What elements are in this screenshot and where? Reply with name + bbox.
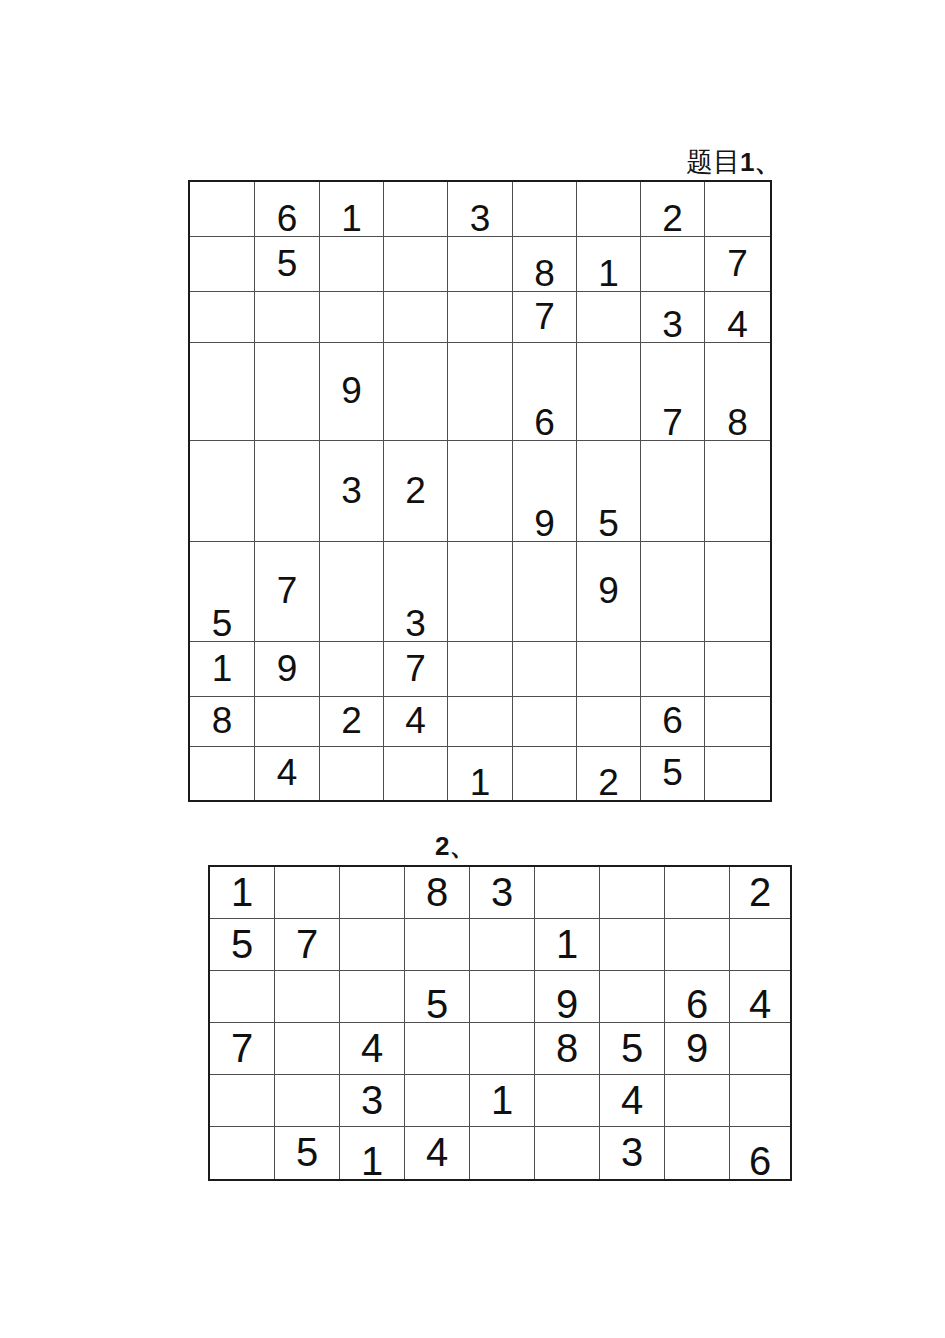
grid1-cell-r1c7[interactable]: [577, 182, 641, 237]
grid1-cell-r5c5[interactable]: [448, 441, 513, 542]
grid2-cell-r2c5[interactable]: [470, 919, 535, 971]
grid1-cell-r5c9[interactable]: [705, 441, 770, 542]
grid1-cell-r2c4[interactable]: [384, 237, 448, 292]
grid1-cell-r5c3-given: 3: [320, 441, 384, 542]
grid1-cell-r4c4[interactable]: [384, 343, 448, 441]
grid1-cell-r8c5[interactable]: [448, 697, 513, 747]
grid2-cell-r4c7-given: 5: [600, 1023, 665, 1075]
grid2-cell-r4c4[interactable]: [405, 1023, 470, 1075]
grid2-cell-r4c1-given: 7: [210, 1023, 275, 1075]
grid2-cell-r5c4[interactable]: [405, 1075, 470, 1127]
grid1-cell-r6c3[interactable]: [320, 542, 384, 642]
grid2-cell-r6c5[interactable]: [470, 1127, 535, 1179]
grid2-cell-r5c8[interactable]: [665, 1075, 730, 1127]
grid1-cell-r7c4-given: 7: [384, 642, 448, 697]
grid2-cell-r1c2[interactable]: [275, 867, 340, 919]
grid1-cell-r7c7[interactable]: [577, 642, 641, 697]
grid1-cell-r5c4-given: 2: [384, 441, 448, 542]
grid1-cell-r4c8-given: 7: [641, 343, 705, 441]
grid1-cell-r9c1[interactable]: [190, 747, 255, 800]
grid2-cell-r5c2[interactable]: [275, 1075, 340, 1127]
grid1-cell-r1c6[interactable]: [513, 182, 577, 237]
grid2-cell-r2c3[interactable]: [340, 919, 405, 971]
grid1-cell-r2c2-given: 5: [255, 237, 320, 292]
grid2-cell-r4c6-given: 8: [535, 1023, 600, 1075]
grid2-cell-r2c2-given: 7: [275, 919, 340, 971]
grid1-cell-r8c3-given: 2: [320, 697, 384, 747]
grid1-cell-r8c4-given: 4: [384, 697, 448, 747]
grid1-cell-r2c7-given: 1: [577, 237, 641, 292]
grid2-cell-r5c6[interactable]: [535, 1075, 600, 1127]
grid1-cell-r2c8[interactable]: [641, 237, 705, 292]
grid1-cell-r2c5[interactable]: [448, 237, 513, 292]
grid2-cell-r3c8-given: 6: [665, 971, 730, 1023]
grid2-cell-r2c1-given: 5: [210, 919, 275, 971]
grid1-cell-r3c2[interactable]: [255, 292, 320, 343]
grid1-cell-r9c7-given: 2: [577, 747, 641, 800]
grid2-cell-r6c7-given: 3: [600, 1127, 665, 1179]
grid1-cell-r6c4-given: 3: [384, 542, 448, 642]
grid1-cell-r1c9[interactable]: [705, 182, 770, 237]
puzzle2-title-number: 2、: [435, 831, 475, 861]
grid1-cell-r7c9[interactable]: [705, 642, 770, 697]
grid1-cell-r3c4[interactable]: [384, 292, 448, 343]
grid2-cell-r6c6[interactable]: [535, 1127, 600, 1179]
grid1-cell-r2c6-given: 8: [513, 237, 577, 292]
grid1-cell-r3c1[interactable]: [190, 292, 255, 343]
grid1-cell-r9c2-given: 4: [255, 747, 320, 800]
grid2-cell-r3c6-given: 9: [535, 971, 600, 1023]
grid1-cell-r9c4[interactable]: [384, 747, 448, 800]
grid2-cell-r4c8-given: 9: [665, 1023, 730, 1075]
grid1-cell-r3c6-given: 7: [513, 292, 577, 343]
grid2-cell-r3c3[interactable]: [340, 971, 405, 1023]
grid2-cell-r2c8[interactable]: [665, 919, 730, 971]
grid2-cell-r3c2[interactable]: [275, 971, 340, 1023]
grid2-cell-r5c9[interactable]: [730, 1075, 790, 1127]
grid1-cell-r5c1[interactable]: [190, 441, 255, 542]
grid1-cell-r4c1[interactable]: [190, 343, 255, 441]
grid1-cell-r6c1-given: 5: [190, 542, 255, 642]
grid1-cell-r3c3[interactable]: [320, 292, 384, 343]
grid2-cell-r3c1[interactable]: [210, 971, 275, 1023]
puzzle1-title-prefix: 题目: [686, 147, 740, 177]
grid2-cell-r1c4-given: 8: [405, 867, 470, 919]
grid1-cell-r1c5-given: 3: [448, 182, 513, 237]
grid1-cell-r4c2[interactable]: [255, 343, 320, 441]
grid1-cell-r9c5-given: 1: [448, 747, 513, 800]
grid1-cell-r1c4[interactable]: [384, 182, 448, 237]
grid2-cell-r6c8[interactable]: [665, 1127, 730, 1179]
grid2-cell-r2c6-given: 1: [535, 919, 600, 971]
grid2-cell-r3c9-given: 4: [730, 971, 790, 1023]
grid2-cell-r5c1[interactable]: [210, 1075, 275, 1127]
grid1-cell-r4c6-given: 6: [513, 343, 577, 441]
sudoku-grid-2: 183257159647485931451436: [208, 865, 792, 1181]
grid2-cell-r2c4[interactable]: [405, 919, 470, 971]
grid1-cell-r5c6-given: 9: [513, 441, 577, 542]
sudoku-grid-1: 6132581773496783295573919782464125: [188, 180, 772, 802]
grid2-cell-r1c8[interactable]: [665, 867, 730, 919]
grid1-cell-r6c2-given: 7: [255, 542, 320, 642]
grid2-cell-r6c2-given: 5: [275, 1127, 340, 1179]
grid1-cell-r7c1-given: 1: [190, 642, 255, 697]
grid1-cell-r2c1[interactable]: [190, 237, 255, 292]
grid2-cell-r1c5-given: 3: [470, 867, 535, 919]
grid1-cell-r6c9[interactable]: [705, 542, 770, 642]
grid1-cell-r7c3[interactable]: [320, 642, 384, 697]
grid1-cell-r3c5[interactable]: [448, 292, 513, 343]
grid1-cell-r6c5[interactable]: [448, 542, 513, 642]
grid1-cell-r4c9-given: 8: [705, 343, 770, 441]
grid2-cell-r5c3-given: 3: [340, 1075, 405, 1127]
grid1-cell-r3c8-given: 3: [641, 292, 705, 343]
grid2-cell-r3c5[interactable]: [470, 971, 535, 1023]
grid1-cell-r1c3-given: 1: [320, 182, 384, 237]
grid1-cell-r2c9-given: 7: [705, 237, 770, 292]
grid2-cell-r1c7[interactable]: [600, 867, 665, 919]
grid2-cell-r5c7-given: 4: [600, 1075, 665, 1127]
grid1-cell-r3c9-given: 4: [705, 292, 770, 343]
grid1-cell-r4c3-given: 9: [320, 343, 384, 441]
grid2-cell-r6c1[interactable]: [210, 1127, 275, 1179]
puzzle2-title: 2、: [435, 829, 475, 864]
grid1-cell-r4c7[interactable]: [577, 343, 641, 441]
grid1-cell-r2c3[interactable]: [320, 237, 384, 292]
grid2-cell-r5c5-given: 1: [470, 1075, 535, 1127]
grid2-cell-r1c9-given: 2: [730, 867, 790, 919]
grid1-cell-r6c8[interactable]: [641, 542, 705, 642]
grid2-cell-r4c5[interactable]: [470, 1023, 535, 1075]
grid1-cell-r8c6[interactable]: [513, 697, 577, 747]
grid2-cell-r1c3[interactable]: [340, 867, 405, 919]
grid2-cell-r4c9[interactable]: [730, 1023, 790, 1075]
grid1-cell-r9c8-given: 5: [641, 747, 705, 800]
grid1-cell-r7c5[interactable]: [448, 642, 513, 697]
grid2-cell-r2c7[interactable]: [600, 919, 665, 971]
grid1-cell-r5c2[interactable]: [255, 441, 320, 542]
grid1-cell-r4c5[interactable]: [448, 343, 513, 441]
worksheet-page: 题目1、 6132581773496783295573919782464125 …: [0, 0, 945, 1338]
grid1-cell-r8c2[interactable]: [255, 697, 320, 747]
grid2-cell-r3c7[interactable]: [600, 971, 665, 1023]
grid2-cell-r3c4-given: 5: [405, 971, 470, 1023]
grid1-cell-r7c2-given: 9: [255, 642, 320, 697]
grid2-cell-r6c3-given: 1: [340, 1127, 405, 1179]
grid1-cell-r7c8[interactable]: [641, 642, 705, 697]
grid1-cell-r8c9[interactable]: [705, 697, 770, 747]
grid1-cell-r9c3[interactable]: [320, 747, 384, 800]
grid1-cell-r5c8[interactable]: [641, 441, 705, 542]
grid2-cell-r6c9-given: 6: [730, 1127, 790, 1179]
grid2-cell-r1c1-given: 1: [210, 867, 275, 919]
grid1-cell-r5c7-given: 5: [577, 441, 641, 542]
grid2-cell-r2c9[interactable]: [730, 919, 790, 971]
grid1-cell-r3c7[interactable]: [577, 292, 641, 343]
grid1-cell-r6c6[interactable]: [513, 542, 577, 642]
grid1-cell-r7c6[interactable]: [513, 642, 577, 697]
puzzle1-title: 题目1、: [686, 144, 780, 180]
grid1-cell-r9c6[interactable]: [513, 747, 577, 800]
puzzle1-title-number: 1、: [740, 147, 780, 177]
grid1-cell-r8c7[interactable]: [577, 697, 641, 747]
grid2-cell-r4c2[interactable]: [275, 1023, 340, 1075]
grid1-cell-r1c2-given: 6: [255, 182, 320, 237]
grid1-cell-r1c1[interactable]: [190, 182, 255, 237]
grid2-cell-r1c6[interactable]: [535, 867, 600, 919]
grid1-cell-r1c8-given: 2: [641, 182, 705, 237]
grid1-cell-r6c7-given: 9: [577, 542, 641, 642]
grid1-cell-r9c9[interactable]: [705, 747, 770, 800]
grid1-cell-r8c8-given: 6: [641, 697, 705, 747]
grid2-cell-r4c3-given: 4: [340, 1023, 405, 1075]
grid2-cell-r6c4-given: 4: [405, 1127, 470, 1179]
grid1-cell-r8c1-given: 8: [190, 697, 255, 747]
